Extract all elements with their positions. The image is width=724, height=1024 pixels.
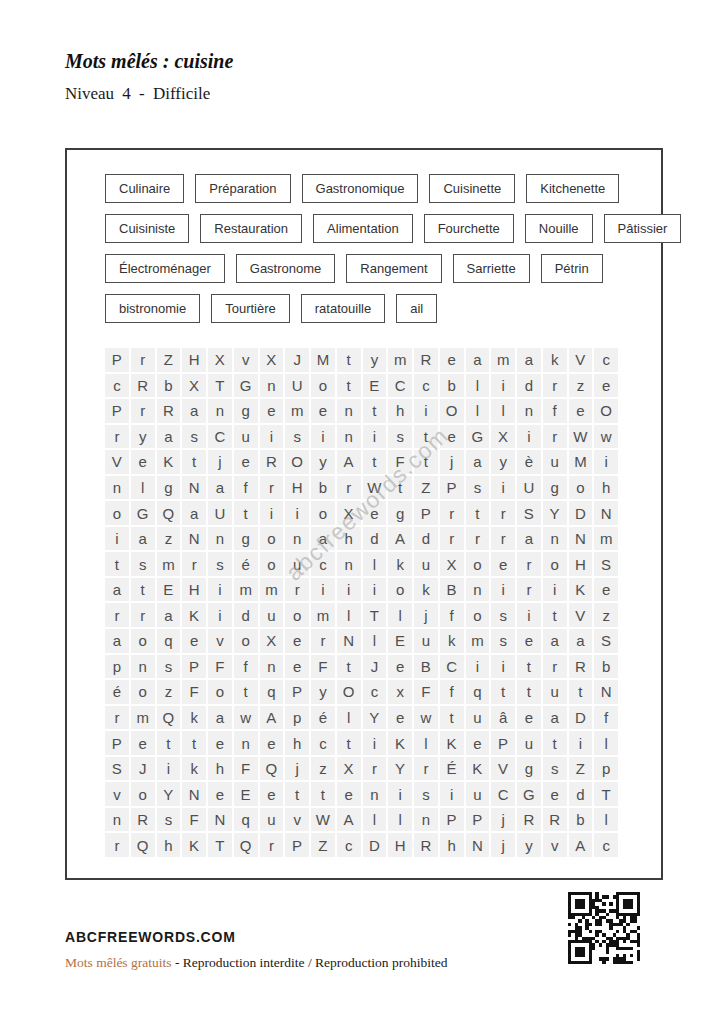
grid-cell: u: [466, 782, 490, 806]
grid-cell: j: [414, 603, 438, 627]
grid-cell: i: [208, 603, 232, 627]
grid-cell: T: [594, 782, 618, 806]
grid-cell: n: [543, 527, 567, 551]
grid-cell: m: [285, 399, 309, 423]
grid-cell: m: [594, 527, 618, 551]
tagline-highlight: Mots mêlés gratuits: [65, 955, 172, 970]
grid-cell: n: [285, 527, 309, 551]
grid-cell: G: [131, 501, 155, 525]
grid-cell: u: [543, 450, 567, 474]
grid-cell: l: [363, 629, 387, 653]
grid-cell: F: [182, 680, 206, 704]
word-chip: ail: [396, 294, 437, 323]
grid-cell: t: [234, 501, 258, 525]
grid-cell: g: [234, 527, 258, 551]
grid-cell: t: [337, 731, 361, 755]
tagline-rest: - Reproduction interdite / Reproduction …: [175, 955, 448, 970]
grid-cell: x: [388, 680, 412, 704]
grid-cell: X: [260, 629, 284, 653]
grid-cell: o: [131, 629, 155, 653]
grid-cell: t: [363, 399, 387, 423]
grid-cell: â: [491, 706, 515, 730]
grid-cell: r: [131, 399, 155, 423]
grid-cell: n: [363, 782, 387, 806]
grid-cell: e: [285, 655, 309, 679]
word-chip: Kitchenette: [526, 174, 619, 203]
grid-cell: s: [388, 425, 412, 449]
grid-cell: A: [569, 833, 593, 857]
grid-cell: m: [260, 578, 284, 602]
grid-cell: m: [311, 603, 335, 627]
grid-cell: a: [517, 527, 541, 551]
grid-cell: b: [440, 374, 464, 398]
grid-cell: W: [311, 808, 335, 832]
grid-cell: g: [388, 501, 412, 525]
grid-cell: e: [440, 425, 464, 449]
word-chip: Rangement: [346, 254, 441, 283]
grid-cell: N: [182, 782, 206, 806]
grid-cell: r: [105, 833, 129, 857]
grid-cell: s: [466, 476, 490, 500]
grid-cell: G: [466, 425, 490, 449]
level-subtitle: Niveau 4 - Difficile: [65, 84, 210, 104]
grid-cell: a: [466, 348, 490, 372]
grid-cell: v: [105, 782, 129, 806]
grid-cell: l: [466, 374, 490, 398]
grid-cell: t: [337, 348, 361, 372]
grid-cell: t: [337, 655, 361, 679]
grid-cell: Q: [157, 501, 181, 525]
grid-cell: c: [414, 374, 438, 398]
grid-cell: a: [466, 450, 490, 474]
grid-cell: o: [208, 680, 232, 704]
grid-cell: m: [131, 706, 155, 730]
grid-cell: e: [517, 706, 541, 730]
grid-cell: i: [363, 425, 387, 449]
grid-cell: i: [594, 450, 618, 474]
grid-cell: v: [543, 833, 567, 857]
word-chip: Alimentation: [313, 214, 413, 243]
grid-cell: i: [337, 578, 361, 602]
grid-cell: n: [414, 808, 438, 832]
grid-cell: O: [594, 399, 618, 423]
grid-cell: A: [337, 450, 361, 474]
grid-cell: c: [311, 552, 335, 576]
grid-cell: R: [543, 808, 567, 832]
grid-cell: w: [594, 425, 618, 449]
grid-cell: u: [414, 552, 438, 576]
grid-cell: r: [260, 476, 284, 500]
letter-grid: abcfreewords.com PrZHXvXJMtymReamakVccRb…: [105, 348, 618, 857]
word-chip: Cuisinette: [429, 174, 515, 203]
grid-cell: N: [182, 476, 206, 500]
grid-cell: v: [285, 808, 309, 832]
grid-cell: K: [157, 450, 181, 474]
grid-cell: i: [491, 374, 515, 398]
word-chip: Pâtissier: [604, 214, 682, 243]
grid-cell: g: [543, 476, 567, 500]
word-chip: Tourtière: [211, 294, 290, 323]
grid-cell: R: [414, 348, 438, 372]
grid-cell: q: [234, 808, 258, 832]
grid-cell: e: [131, 450, 155, 474]
grid-cell: P: [105, 399, 129, 423]
grid-cell: W: [363, 476, 387, 500]
grid-cell: X: [491, 425, 515, 449]
grid-cell: e: [234, 450, 258, 474]
grid-cell: r: [491, 527, 515, 551]
grid-cell: X: [337, 757, 361, 781]
grid-cell: d: [569, 782, 593, 806]
grid-cell: i: [260, 425, 284, 449]
grid-cell: R: [131, 374, 155, 398]
grid-cell: i: [491, 476, 515, 500]
grid-cell: r: [517, 578, 541, 602]
grid-cell: H: [182, 578, 206, 602]
grid-cell: t: [543, 603, 567, 627]
grid-cell: h: [440, 833, 464, 857]
puzzle-frame: CulinairePréparationGastronomiqueCuisine…: [65, 148, 663, 880]
grid-cell: i: [569, 731, 593, 755]
grid-cell: r: [543, 425, 567, 449]
grid-cell: Z: [311, 833, 335, 857]
grid-cell: R: [569, 655, 593, 679]
grid-cell: d: [414, 527, 438, 551]
grid-cell: Y: [388, 757, 412, 781]
grid-cell: y: [311, 680, 335, 704]
grid-cell: k: [440, 629, 464, 653]
grid-cell: m: [466, 629, 490, 653]
grid-cell: t: [131, 578, 155, 602]
grid-cell: z: [594, 603, 618, 627]
word-row: ÉlectroménagerGastronomeRangementSarriet…: [105, 254, 681, 283]
grid-cell: a: [543, 706, 567, 730]
grid-cell: X: [208, 348, 232, 372]
grid-cell: e: [311, 399, 335, 423]
grid-cell: D: [363, 833, 387, 857]
grid-cell: a: [208, 476, 232, 500]
grid-cell: h: [208, 757, 232, 781]
grid-cell: o: [105, 501, 129, 525]
grid-cell: k: [388, 552, 412, 576]
grid-cell: o: [260, 527, 284, 551]
grid-cell: o: [466, 603, 490, 627]
grid-cell: l: [337, 603, 361, 627]
grid-cell: A: [388, 527, 412, 551]
word-chip: ratatouille: [301, 294, 385, 323]
grid-cell: O: [337, 680, 361, 704]
grid-cell: E: [388, 629, 412, 653]
grid-cell: t: [363, 450, 387, 474]
grid-cell: J: [131, 757, 155, 781]
word-chip: Gastronomique: [302, 174, 419, 203]
grid-cell: M: [569, 450, 593, 474]
grid-cell: d: [363, 527, 387, 551]
grid-cell: G: [234, 374, 258, 398]
grid-cell: r: [363, 757, 387, 781]
grid-cell: F: [311, 655, 335, 679]
word-list: CulinairePréparationGastronomiqueCuisine…: [105, 174, 681, 323]
word-chip: Électroménager: [105, 254, 225, 283]
grid-cell: f: [543, 399, 567, 423]
grid-cell: c: [337, 833, 361, 857]
grid-cell: z: [157, 680, 181, 704]
grid-cell: y: [311, 450, 335, 474]
grid-cell: Q: [260, 757, 284, 781]
grid-cell: a: [105, 578, 129, 602]
grid-cell: g: [234, 399, 258, 423]
grid-cell: i: [466, 655, 490, 679]
grid-cell: o: [311, 374, 335, 398]
grid-cell: O: [440, 399, 464, 423]
grid-cell: e: [285, 629, 309, 653]
grid-cell: l: [337, 706, 361, 730]
grid-cell: A: [337, 808, 361, 832]
grid-cell: i: [517, 603, 541, 627]
worksheet-page: Mots mêlés : cuisine Niveau 4 - Difficil…: [0, 0, 724, 1024]
grid-cell: C: [208, 425, 232, 449]
grid-cell: f: [234, 655, 258, 679]
grid-cell: V: [569, 603, 593, 627]
grid-cell: d: [234, 603, 258, 627]
grid-cell: p: [285, 706, 309, 730]
grid-cell: n: [208, 399, 232, 423]
grid-cell: H: [388, 833, 412, 857]
grid-cell: C: [491, 782, 515, 806]
grid-cell: P: [440, 476, 464, 500]
word-chip: Restauration: [200, 214, 302, 243]
grid-cell: l: [388, 603, 412, 627]
grid-cell: N: [182, 527, 206, 551]
word-chip: Sarriette: [453, 254, 530, 283]
grid-cell: t: [491, 680, 515, 704]
grid-cell: r: [517, 552, 541, 576]
grid-cell: t: [105, 552, 129, 576]
grid-cell: c: [363, 680, 387, 704]
grid-cell: T: [363, 603, 387, 627]
grid-cell: D: [569, 706, 593, 730]
grid-cell: o: [543, 552, 567, 576]
grid-cell: P: [182, 655, 206, 679]
grid-cell: F: [414, 680, 438, 704]
grid-cell: K: [569, 578, 593, 602]
grid-cell: o: [466, 552, 490, 576]
grid-cell: N: [594, 501, 618, 525]
grid-cell: o: [131, 782, 155, 806]
word-chip: Cuisiniste: [105, 214, 189, 243]
grid-cell: G: [517, 782, 541, 806]
grid-cell: i: [491, 655, 515, 679]
grid-cell: z: [157, 527, 181, 551]
grid-cell: e: [466, 731, 490, 755]
grid-cell: t: [517, 680, 541, 704]
grid-cell: U: [285, 374, 309, 398]
grid-cell: i: [517, 425, 541, 449]
grid-cell: K: [440, 731, 464, 755]
grid-cell: i: [491, 578, 515, 602]
grid-cell: a: [311, 527, 335, 551]
grid-cell: l: [491, 399, 515, 423]
grid-cell: r: [337, 476, 361, 500]
grid-cell: h: [337, 527, 361, 551]
grid-cell: k: [182, 706, 206, 730]
grid-cell: e: [208, 782, 232, 806]
grid-cell: t: [414, 450, 438, 474]
grid-cell: m: [234, 578, 258, 602]
grid-cell: t: [517, 655, 541, 679]
grid-cell: s: [285, 425, 309, 449]
grid-cell: c: [594, 348, 618, 372]
grid-cell: u: [466, 706, 490, 730]
grid-cell: S: [594, 552, 618, 576]
grid-cell: R: [131, 808, 155, 832]
grid-cell: P: [414, 501, 438, 525]
grid-cell: n: [337, 552, 361, 576]
grid-cell: e: [594, 578, 618, 602]
grid-cell: i: [157, 757, 181, 781]
grid-cell: v: [208, 629, 232, 653]
grid-cell: l: [414, 731, 438, 755]
grid-cell: e: [388, 655, 412, 679]
grid-cell: t: [543, 731, 567, 755]
grid-cell: l: [594, 731, 618, 755]
grid-cell: m: [491, 348, 515, 372]
grid-cell: z: [311, 757, 335, 781]
grid-cell: a: [569, 629, 593, 653]
grid-cell: m: [388, 348, 412, 372]
grid-cell: e: [517, 629, 541, 653]
grid-cell: O: [285, 450, 309, 474]
grid-cell: a: [157, 425, 181, 449]
grid-cell: o: [388, 578, 412, 602]
grid-cell: n: [105, 476, 129, 500]
grid-cell: N: [466, 833, 490, 857]
grid-cell: l: [363, 808, 387, 832]
grid-cell: s: [543, 757, 567, 781]
grid-cell: K: [388, 731, 412, 755]
grid-cell: E: [234, 782, 258, 806]
grid-cell: r: [440, 527, 464, 551]
grid-cell: i: [363, 578, 387, 602]
grid-cell: l: [594, 808, 618, 832]
grid-cell: l: [466, 399, 490, 423]
grid-cell: V: [491, 757, 515, 781]
grid-cell: f: [440, 603, 464, 627]
grid-cell: u: [234, 425, 258, 449]
grid-cell: A: [260, 706, 284, 730]
grid-cell: Q: [131, 833, 155, 857]
grid-cell: h: [157, 833, 181, 857]
grid-cell: g: [517, 757, 541, 781]
grid-cell: U: [208, 501, 232, 525]
grid-cell: T: [208, 833, 232, 857]
grid-cell: o: [285, 603, 309, 627]
grid-cell: V: [569, 348, 593, 372]
grid-cell: p: [594, 757, 618, 781]
site-name: ABCFREEWORDS.COM: [65, 929, 236, 945]
grid-cell: S: [105, 757, 129, 781]
grid-cell: P: [466, 808, 490, 832]
word-chip: Culinaire: [105, 174, 184, 203]
grid-cell: Y: [543, 501, 567, 525]
grid-cell: d: [517, 374, 541, 398]
word-chip: bistronomie: [105, 294, 200, 323]
grid-cell: e: [543, 782, 567, 806]
grid-cell: T: [208, 374, 232, 398]
grid-cell: r: [466, 527, 490, 551]
grid-cell: e: [131, 731, 155, 755]
grid-cell: u: [260, 808, 284, 832]
grid-cell: s: [157, 808, 181, 832]
grid-cell: n: [105, 808, 129, 832]
grid-cell: t: [157, 731, 181, 755]
grid-cell: r: [311, 629, 335, 653]
grid-cell: y: [517, 833, 541, 857]
grid-cell: B: [440, 578, 464, 602]
grid-cell: s: [414, 782, 438, 806]
grid-cell: t: [311, 782, 335, 806]
grid-cell: s: [491, 629, 515, 653]
grid-cell: a: [517, 348, 541, 372]
grid-cell: H: [182, 348, 206, 372]
grid-cell: f: [440, 680, 464, 704]
grid-cell: e: [388, 706, 412, 730]
grid-cell: q: [157, 629, 181, 653]
grid-cell: U: [517, 476, 541, 500]
grid-cell: o: [260, 552, 284, 576]
grid-cell: h: [388, 399, 412, 423]
grid-cell: y: [131, 425, 155, 449]
grid-cell: t: [466, 501, 490, 525]
grid-cell: F: [182, 808, 206, 832]
grid-cell: o: [311, 501, 335, 525]
grid-cell: Y: [363, 706, 387, 730]
grid-cell: V: [105, 450, 129, 474]
grid-cell: K: [466, 757, 490, 781]
grid-cell: P: [491, 731, 515, 755]
qr-code: [568, 892, 640, 964]
grid-cell: N: [569, 527, 593, 551]
grid-cell: e: [182, 629, 206, 653]
grid-cell: N: [594, 680, 618, 704]
grid-cell: y: [491, 450, 515, 474]
grid-cell: i: [388, 782, 412, 806]
grid-cell: u: [414, 629, 438, 653]
grid-cell: j: [491, 833, 515, 857]
grid-cell: a: [105, 629, 129, 653]
grid-cell: a: [182, 501, 206, 525]
grid-cell: c: [594, 833, 618, 857]
grid-cell: u: [517, 731, 541, 755]
grid-cell: a: [208, 706, 232, 730]
grid-cell: r: [440, 501, 464, 525]
grid-cell: h: [594, 476, 618, 500]
grid-cell: X: [182, 374, 206, 398]
grid-cell: Y: [157, 782, 181, 806]
grid-cell: R: [260, 450, 284, 474]
grid-cell: Z: [157, 348, 181, 372]
grid-cell: F: [208, 655, 232, 679]
grid-cell: W: [569, 425, 593, 449]
grid-cell: j: [491, 808, 515, 832]
grid-cell: X: [440, 552, 464, 576]
grid-cell: r: [543, 655, 567, 679]
grid-cell: F: [234, 757, 258, 781]
grid-cell: e: [337, 782, 361, 806]
grid-cell: N: [208, 808, 232, 832]
grid-cell: n: [260, 374, 284, 398]
grid-cell: o: [569, 476, 593, 500]
